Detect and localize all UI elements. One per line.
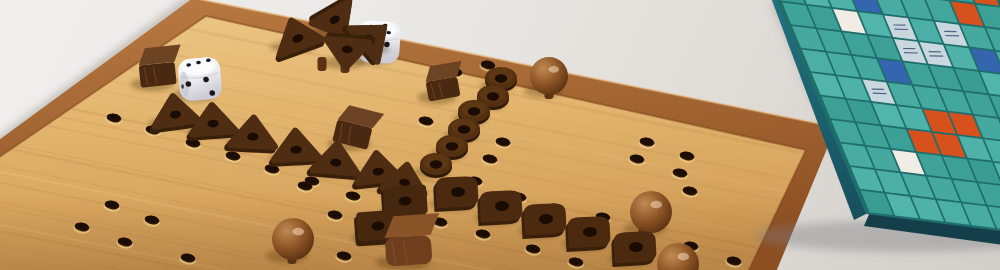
die-body [177,56,223,102]
drop-body [521,203,567,239]
ball-body [630,191,672,233]
drop-body [477,190,523,226]
photo-of-board-games [0,0,1000,270]
ball-body [272,218,314,260]
disc-hole [458,125,470,133]
drop-pawn-piece [431,176,479,212]
drop-body [611,231,657,267]
cube-front-face [139,62,177,88]
drop-body [565,216,611,252]
cube-front-face [385,235,433,267]
ball-body [530,57,568,95]
ball-highlight [292,228,304,236]
ball-piece [524,57,568,97]
disc-hole [430,160,442,168]
ball-highlight [650,201,662,209]
drop-body [433,176,479,212]
ball-highlight [677,253,689,261]
disc-hole [468,107,480,115]
drop-pawn-piece [563,216,611,252]
ball-highlight [548,66,559,73]
scene-svg [0,0,1000,270]
disc-hole [487,92,499,100]
drop-pawn-piece [609,231,657,267]
disc-body [420,153,452,178]
drop-pawn-piece [519,203,567,239]
disc-hole [495,74,507,82]
drop-pawn-piece [475,190,523,226]
disc-hole [446,142,458,150]
